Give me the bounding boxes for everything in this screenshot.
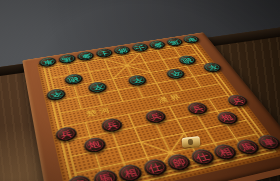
piece-glyph: 卒 bbox=[169, 70, 181, 77]
piece-glyph: 炮 bbox=[87, 140, 101, 150]
piece-glyph: 砲 bbox=[68, 76, 80, 83]
piece-layer: 車馬象士將士象馬車砲砲卒卒卒卒卒兵兵兵兵兵炮炮車馬相仕帥仕相馬車 bbox=[37, 39, 280, 181]
board-surface: 楚河 漢界 車馬象士將士象馬車砲砲卒卒卒卒卒兵兵兵兵兵炮炮車馬相仕帥仕相馬車 bbox=[37, 39, 280, 181]
piece-glyph: 兵 bbox=[105, 121, 119, 130]
photo-scene: 楚河 漢界 車馬象士將士象馬車砲砲卒卒卒卒卒兵兵兵兵兵炮炮車馬相仕帥仕相馬車 bbox=[0, 0, 280, 181]
piece-glyph: 仕 bbox=[194, 152, 210, 163]
piece-glyph: 車 bbox=[72, 178, 87, 181]
piece-green-advisor: 士 bbox=[94, 48, 114, 59]
piece-glyph: 兵 bbox=[231, 97, 245, 105]
piece-red-soldier: 兵 bbox=[143, 109, 168, 125]
piece-green-soldier: 卒 bbox=[126, 74, 148, 87]
piece-green-horse: 馬 bbox=[57, 53, 77, 64]
piece-glyph: 卒 bbox=[91, 83, 103, 90]
piece-glyph: 炮 bbox=[220, 113, 235, 122]
piece-red-cannon: 炮 bbox=[214, 110, 241, 126]
piece-glyph: 象 bbox=[80, 53, 91, 59]
piece-green-cannon: 砲 bbox=[63, 73, 84, 86]
piece-green-chariot: 車 bbox=[181, 34, 202, 44]
piece-glyph: 車 bbox=[42, 59, 53, 65]
piece-glyph: 士 bbox=[98, 50, 109, 56]
piece-red-chariot: 車 bbox=[65, 174, 93, 181]
piece-glyph: 車 bbox=[185, 37, 196, 42]
piece-red-cannon: 炮 bbox=[82, 136, 108, 154]
brass-latch-icon bbox=[182, 136, 201, 148]
piece-glyph: 兵 bbox=[191, 104, 205, 112]
piece-glyph: 象 bbox=[152, 42, 163, 48]
piece-glyph: 卒 bbox=[131, 77, 143, 84]
piece-green-chariot: 車 bbox=[38, 56, 57, 68]
piece-glyph: 兵 bbox=[149, 112, 163, 121]
piece-glyph: 仕 bbox=[147, 162, 163, 173]
piece-green-soldier: 卒 bbox=[201, 61, 224, 73]
piece-green-cannon: 砲 bbox=[176, 55, 198, 66]
piece-glyph: 馬 bbox=[97, 173, 112, 181]
piece-red-soldier: 兵 bbox=[100, 117, 125, 134]
piece-red-elephant: 相 bbox=[116, 163, 144, 181]
piece-glyph: 馬 bbox=[239, 142, 255, 152]
piece-glyph: 砲 bbox=[181, 57, 193, 63]
xiangqi-board: 楚河 漢界 車馬象士將士象馬車砲砲卒卒卒卒卒兵兵兵兵兵炮炮車馬相仕帥仕相馬車 bbox=[22, 32, 280, 181]
piece-glyph: 卒 bbox=[206, 64, 219, 71]
piece-glyph: 士 bbox=[134, 44, 145, 50]
piece-green-elephant: 象 bbox=[76, 50, 96, 61]
piece-red-advisor: 仕 bbox=[141, 158, 170, 178]
piece-red-soldier: 兵 bbox=[54, 126, 78, 143]
piece-glyph: 帥 bbox=[171, 157, 187, 168]
piece-glyph: 兵 bbox=[60, 130, 73, 140]
piece-green-soldier: 卒 bbox=[164, 67, 187, 79]
piece-glyph: 相 bbox=[123, 167, 139, 179]
piece-glyph: 馬 bbox=[169, 39, 180, 45]
piece-glyph: 車 bbox=[261, 137, 277, 147]
piece-green-general: 將 bbox=[112, 45, 132, 56]
piece-glyph: 將 bbox=[116, 47, 127, 53]
piece-green-elephant: 象 bbox=[147, 40, 167, 50]
piece-red-soldier: 兵 bbox=[225, 94, 251, 109]
board-perspective: 楚河 漢界 車馬象士將士象馬車砲砲卒卒卒卒卒兵兵兵兵兵炮炮車馬相仕帥仕相馬車 bbox=[0, 0, 280, 181]
piece-red-horse: 馬 bbox=[91, 168, 119, 181]
piece-red-general: 帥 bbox=[165, 152, 194, 172]
piece-green-advisor: 士 bbox=[130, 42, 150, 53]
piece-glyph: 卒 bbox=[50, 91, 62, 99]
piece-glyph: 馬 bbox=[61, 56, 72, 62]
piece-glyph: 相 bbox=[217, 147, 233, 157]
